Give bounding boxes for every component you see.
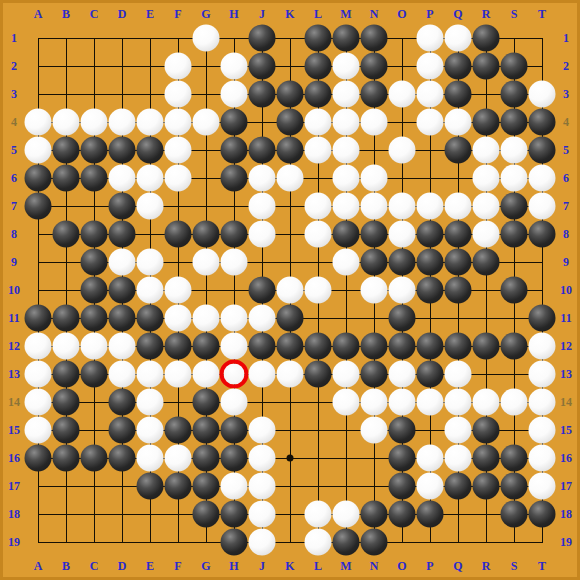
point-T10[interactable] bbox=[528, 276, 556, 304]
point-D1[interactable] bbox=[108, 24, 136, 52]
point-B17[interactable] bbox=[52, 472, 80, 500]
point-S2[interactable] bbox=[500, 52, 528, 80]
point-G15[interactable] bbox=[192, 416, 220, 444]
point-J17[interactable] bbox=[248, 472, 276, 500]
point-D11[interactable] bbox=[108, 304, 136, 332]
point-N4[interactable] bbox=[360, 108, 388, 136]
point-E6[interactable] bbox=[136, 164, 164, 192]
point-T18[interactable] bbox=[528, 500, 556, 528]
point-K13[interactable] bbox=[276, 360, 304, 388]
point-T19[interactable] bbox=[528, 528, 556, 556]
point-N17[interactable] bbox=[360, 472, 388, 500]
point-E18[interactable] bbox=[136, 500, 164, 528]
point-M9[interactable] bbox=[332, 248, 360, 276]
point-N18[interactable] bbox=[360, 500, 388, 528]
point-H8[interactable] bbox=[220, 220, 248, 248]
point-D8[interactable] bbox=[108, 220, 136, 248]
point-A19[interactable] bbox=[24, 528, 52, 556]
point-K4[interactable] bbox=[276, 108, 304, 136]
point-O5[interactable] bbox=[388, 136, 416, 164]
point-A15[interactable] bbox=[24, 416, 52, 444]
point-S14[interactable] bbox=[500, 388, 528, 416]
point-F8[interactable] bbox=[164, 220, 192, 248]
point-G1[interactable] bbox=[192, 24, 220, 52]
point-S17[interactable] bbox=[500, 472, 528, 500]
point-F17[interactable] bbox=[164, 472, 192, 500]
point-E9[interactable] bbox=[136, 248, 164, 276]
point-F10[interactable] bbox=[164, 276, 192, 304]
point-H10[interactable] bbox=[220, 276, 248, 304]
point-P12[interactable] bbox=[416, 332, 444, 360]
point-L1[interactable] bbox=[304, 24, 332, 52]
point-P4[interactable] bbox=[416, 108, 444, 136]
point-C18[interactable] bbox=[80, 500, 108, 528]
point-B7[interactable] bbox=[52, 192, 80, 220]
point-K12[interactable] bbox=[276, 332, 304, 360]
point-G3[interactable] bbox=[192, 80, 220, 108]
point-T1[interactable] bbox=[528, 24, 556, 52]
point-K6[interactable] bbox=[276, 164, 304, 192]
point-K10[interactable] bbox=[276, 276, 304, 304]
point-C15[interactable] bbox=[80, 416, 108, 444]
point-B12[interactable] bbox=[52, 332, 80, 360]
point-O19[interactable] bbox=[388, 528, 416, 556]
point-M2[interactable] bbox=[332, 52, 360, 80]
point-T5[interactable] bbox=[528, 136, 556, 164]
point-N12[interactable] bbox=[360, 332, 388, 360]
point-B6[interactable] bbox=[52, 164, 80, 192]
point-O3[interactable] bbox=[388, 80, 416, 108]
point-L2[interactable] bbox=[304, 52, 332, 80]
point-G11[interactable] bbox=[192, 304, 220, 332]
point-K19[interactable] bbox=[276, 528, 304, 556]
point-H1[interactable] bbox=[220, 24, 248, 52]
point-G14[interactable] bbox=[192, 388, 220, 416]
point-R1[interactable] bbox=[472, 24, 500, 52]
point-F2[interactable] bbox=[164, 52, 192, 80]
point-Q14[interactable] bbox=[444, 388, 472, 416]
point-L3[interactable] bbox=[304, 80, 332, 108]
point-N11[interactable] bbox=[360, 304, 388, 332]
point-J11[interactable] bbox=[248, 304, 276, 332]
point-P1[interactable] bbox=[416, 24, 444, 52]
point-O18[interactable] bbox=[388, 500, 416, 528]
point-R5[interactable] bbox=[472, 136, 500, 164]
point-M15[interactable] bbox=[332, 416, 360, 444]
point-H4[interactable] bbox=[220, 108, 248, 136]
point-J15[interactable] bbox=[248, 416, 276, 444]
point-Q16[interactable] bbox=[444, 444, 472, 472]
point-H13[interactable] bbox=[220, 360, 248, 388]
point-J16[interactable] bbox=[248, 444, 276, 472]
point-R10[interactable] bbox=[472, 276, 500, 304]
point-T8[interactable] bbox=[528, 220, 556, 248]
point-D17[interactable] bbox=[108, 472, 136, 500]
point-S10[interactable] bbox=[500, 276, 528, 304]
point-F16[interactable] bbox=[164, 444, 192, 472]
point-T13[interactable] bbox=[528, 360, 556, 388]
point-E2[interactable] bbox=[136, 52, 164, 80]
point-B4[interactable] bbox=[52, 108, 80, 136]
point-S8[interactable] bbox=[500, 220, 528, 248]
point-O11[interactable] bbox=[388, 304, 416, 332]
point-O1[interactable] bbox=[388, 24, 416, 52]
point-D2[interactable] bbox=[108, 52, 136, 80]
point-P3[interactable] bbox=[416, 80, 444, 108]
point-G10[interactable] bbox=[192, 276, 220, 304]
point-A18[interactable] bbox=[24, 500, 52, 528]
point-J4[interactable] bbox=[248, 108, 276, 136]
point-C1[interactable] bbox=[80, 24, 108, 52]
point-G12[interactable] bbox=[192, 332, 220, 360]
point-H2[interactable] bbox=[220, 52, 248, 80]
point-G6[interactable] bbox=[192, 164, 220, 192]
point-E16[interactable] bbox=[136, 444, 164, 472]
point-H5[interactable] bbox=[220, 136, 248, 164]
point-O10[interactable] bbox=[388, 276, 416, 304]
point-P11[interactable] bbox=[416, 304, 444, 332]
point-P6[interactable] bbox=[416, 164, 444, 192]
point-N13[interactable] bbox=[360, 360, 388, 388]
point-M6[interactable] bbox=[332, 164, 360, 192]
point-A1[interactable] bbox=[24, 24, 52, 52]
point-J7[interactable] bbox=[248, 192, 276, 220]
point-N1[interactable] bbox=[360, 24, 388, 52]
point-F5[interactable] bbox=[164, 136, 192, 164]
point-B18[interactable] bbox=[52, 500, 80, 528]
point-H3[interactable] bbox=[220, 80, 248, 108]
point-T16[interactable] bbox=[528, 444, 556, 472]
point-C16[interactable] bbox=[80, 444, 108, 472]
point-H17[interactable] bbox=[220, 472, 248, 500]
point-B1[interactable] bbox=[52, 24, 80, 52]
point-Q17[interactable] bbox=[444, 472, 472, 500]
point-M10[interactable] bbox=[332, 276, 360, 304]
point-F9[interactable] bbox=[164, 248, 192, 276]
point-B5[interactable] bbox=[52, 136, 80, 164]
point-O2[interactable] bbox=[388, 52, 416, 80]
point-Q11[interactable] bbox=[444, 304, 472, 332]
point-T9[interactable] bbox=[528, 248, 556, 276]
point-D15[interactable] bbox=[108, 416, 136, 444]
point-B2[interactable] bbox=[52, 52, 80, 80]
point-L19[interactable] bbox=[304, 528, 332, 556]
point-G19[interactable] bbox=[192, 528, 220, 556]
point-H6[interactable] bbox=[220, 164, 248, 192]
point-S7[interactable] bbox=[500, 192, 528, 220]
point-P17[interactable] bbox=[416, 472, 444, 500]
point-E19[interactable] bbox=[136, 528, 164, 556]
point-Q10[interactable] bbox=[444, 276, 472, 304]
point-N16[interactable] bbox=[360, 444, 388, 472]
point-L7[interactable] bbox=[304, 192, 332, 220]
point-T17[interactable] bbox=[528, 472, 556, 500]
point-G7[interactable] bbox=[192, 192, 220, 220]
point-E17[interactable] bbox=[136, 472, 164, 500]
point-L9[interactable] bbox=[304, 248, 332, 276]
point-L11[interactable] bbox=[304, 304, 332, 332]
point-J13[interactable] bbox=[248, 360, 276, 388]
point-M1[interactable] bbox=[332, 24, 360, 52]
point-P15[interactable] bbox=[416, 416, 444, 444]
point-A13[interactable] bbox=[24, 360, 52, 388]
point-D12[interactable] bbox=[108, 332, 136, 360]
point-C5[interactable] bbox=[80, 136, 108, 164]
point-C7[interactable] bbox=[80, 192, 108, 220]
point-T12[interactable] bbox=[528, 332, 556, 360]
point-K18[interactable] bbox=[276, 500, 304, 528]
point-P9[interactable] bbox=[416, 248, 444, 276]
point-A10[interactable] bbox=[24, 276, 52, 304]
point-J9[interactable] bbox=[248, 248, 276, 276]
point-J3[interactable] bbox=[248, 80, 276, 108]
point-H14[interactable] bbox=[220, 388, 248, 416]
point-N14[interactable] bbox=[360, 388, 388, 416]
point-E8[interactable] bbox=[136, 220, 164, 248]
point-F3[interactable] bbox=[164, 80, 192, 108]
point-H19[interactable] bbox=[220, 528, 248, 556]
point-A17[interactable] bbox=[24, 472, 52, 500]
point-M19[interactable] bbox=[332, 528, 360, 556]
point-F18[interactable] bbox=[164, 500, 192, 528]
point-S5[interactable] bbox=[500, 136, 528, 164]
point-D5[interactable] bbox=[108, 136, 136, 164]
point-F6[interactable] bbox=[164, 164, 192, 192]
point-P8[interactable] bbox=[416, 220, 444, 248]
point-O4[interactable] bbox=[388, 108, 416, 136]
point-R9[interactable] bbox=[472, 248, 500, 276]
point-C8[interactable] bbox=[80, 220, 108, 248]
point-L16[interactable] bbox=[304, 444, 332, 472]
point-L13[interactable] bbox=[304, 360, 332, 388]
point-K11[interactable] bbox=[276, 304, 304, 332]
point-R2[interactable] bbox=[472, 52, 500, 80]
point-E13[interactable] bbox=[136, 360, 164, 388]
point-K14[interactable] bbox=[276, 388, 304, 416]
point-L15[interactable] bbox=[304, 416, 332, 444]
point-N2[interactable] bbox=[360, 52, 388, 80]
point-K1[interactable] bbox=[276, 24, 304, 52]
point-D3[interactable] bbox=[108, 80, 136, 108]
point-O16[interactable] bbox=[388, 444, 416, 472]
point-S4[interactable] bbox=[500, 108, 528, 136]
point-C13[interactable] bbox=[80, 360, 108, 388]
point-B9[interactable] bbox=[52, 248, 80, 276]
point-L6[interactable] bbox=[304, 164, 332, 192]
point-T6[interactable] bbox=[528, 164, 556, 192]
point-B8[interactable] bbox=[52, 220, 80, 248]
point-A6[interactable] bbox=[24, 164, 52, 192]
point-Q8[interactable] bbox=[444, 220, 472, 248]
point-P5[interactable] bbox=[416, 136, 444, 164]
point-F4[interactable] bbox=[164, 108, 192, 136]
point-G2[interactable] bbox=[192, 52, 220, 80]
point-N5[interactable] bbox=[360, 136, 388, 164]
point-P19[interactable] bbox=[416, 528, 444, 556]
point-D13[interactable] bbox=[108, 360, 136, 388]
point-T15[interactable] bbox=[528, 416, 556, 444]
point-D6[interactable] bbox=[108, 164, 136, 192]
point-Q12[interactable] bbox=[444, 332, 472, 360]
point-D7[interactable] bbox=[108, 192, 136, 220]
point-N15[interactable] bbox=[360, 416, 388, 444]
point-L14[interactable] bbox=[304, 388, 332, 416]
point-O6[interactable] bbox=[388, 164, 416, 192]
point-Q15[interactable] bbox=[444, 416, 472, 444]
point-M11[interactable] bbox=[332, 304, 360, 332]
point-C6[interactable] bbox=[80, 164, 108, 192]
point-Q18[interactable] bbox=[444, 500, 472, 528]
point-D19[interactable] bbox=[108, 528, 136, 556]
point-H11[interactable] bbox=[220, 304, 248, 332]
point-A3[interactable] bbox=[24, 80, 52, 108]
point-R4[interactable] bbox=[472, 108, 500, 136]
point-C3[interactable] bbox=[80, 80, 108, 108]
point-H9[interactable] bbox=[220, 248, 248, 276]
point-E3[interactable] bbox=[136, 80, 164, 108]
point-K15[interactable] bbox=[276, 416, 304, 444]
point-C10[interactable] bbox=[80, 276, 108, 304]
point-E5[interactable] bbox=[136, 136, 164, 164]
point-Q4[interactable] bbox=[444, 108, 472, 136]
point-F13[interactable] bbox=[164, 360, 192, 388]
point-A2[interactable] bbox=[24, 52, 52, 80]
point-N8[interactable] bbox=[360, 220, 388, 248]
point-T3[interactable] bbox=[528, 80, 556, 108]
point-Q13[interactable] bbox=[444, 360, 472, 388]
point-M12[interactable] bbox=[332, 332, 360, 360]
point-C2[interactable] bbox=[80, 52, 108, 80]
point-R7[interactable] bbox=[472, 192, 500, 220]
point-R6[interactable] bbox=[472, 164, 500, 192]
point-Q3[interactable] bbox=[444, 80, 472, 108]
point-R14[interactable] bbox=[472, 388, 500, 416]
point-J6[interactable] bbox=[248, 164, 276, 192]
point-G4[interactable] bbox=[192, 108, 220, 136]
point-B16[interactable] bbox=[52, 444, 80, 472]
point-N7[interactable] bbox=[360, 192, 388, 220]
point-M18[interactable] bbox=[332, 500, 360, 528]
point-M17[interactable] bbox=[332, 472, 360, 500]
point-Q19[interactable] bbox=[444, 528, 472, 556]
point-K3[interactable] bbox=[276, 80, 304, 108]
point-Q6[interactable] bbox=[444, 164, 472, 192]
point-G8[interactable] bbox=[192, 220, 220, 248]
point-M7[interactable] bbox=[332, 192, 360, 220]
point-S12[interactable] bbox=[500, 332, 528, 360]
point-K8[interactable] bbox=[276, 220, 304, 248]
point-B19[interactable] bbox=[52, 528, 80, 556]
point-P10[interactable] bbox=[416, 276, 444, 304]
point-P16[interactable] bbox=[416, 444, 444, 472]
point-R13[interactable] bbox=[472, 360, 500, 388]
point-J2[interactable] bbox=[248, 52, 276, 80]
point-Q1[interactable] bbox=[444, 24, 472, 52]
point-P13[interactable] bbox=[416, 360, 444, 388]
point-K16[interactable] bbox=[276, 444, 304, 472]
point-R15[interactable] bbox=[472, 416, 500, 444]
point-E1[interactable] bbox=[136, 24, 164, 52]
point-B15[interactable] bbox=[52, 416, 80, 444]
point-L4[interactable] bbox=[304, 108, 332, 136]
point-C14[interactable] bbox=[80, 388, 108, 416]
point-E7[interactable] bbox=[136, 192, 164, 220]
point-S18[interactable] bbox=[500, 500, 528, 528]
point-K9[interactable] bbox=[276, 248, 304, 276]
point-J12[interactable] bbox=[248, 332, 276, 360]
point-L10[interactable] bbox=[304, 276, 332, 304]
point-J1[interactable] bbox=[248, 24, 276, 52]
point-M5[interactable] bbox=[332, 136, 360, 164]
point-F15[interactable] bbox=[164, 416, 192, 444]
point-P14[interactable] bbox=[416, 388, 444, 416]
point-Q7[interactable] bbox=[444, 192, 472, 220]
point-P7[interactable] bbox=[416, 192, 444, 220]
point-A16[interactable] bbox=[24, 444, 52, 472]
point-S1[interactable] bbox=[500, 24, 528, 52]
point-R19[interactable] bbox=[472, 528, 500, 556]
point-T7[interactable] bbox=[528, 192, 556, 220]
point-D10[interactable] bbox=[108, 276, 136, 304]
point-E10[interactable] bbox=[136, 276, 164, 304]
point-L8[interactable] bbox=[304, 220, 332, 248]
point-O7[interactable] bbox=[388, 192, 416, 220]
point-N6[interactable] bbox=[360, 164, 388, 192]
point-F19[interactable] bbox=[164, 528, 192, 556]
point-E14[interactable] bbox=[136, 388, 164, 416]
point-M4[interactable] bbox=[332, 108, 360, 136]
point-O12[interactable] bbox=[388, 332, 416, 360]
point-T14[interactable] bbox=[528, 388, 556, 416]
point-A5[interactable] bbox=[24, 136, 52, 164]
point-S9[interactable] bbox=[500, 248, 528, 276]
point-H15[interactable] bbox=[220, 416, 248, 444]
point-D4[interactable] bbox=[108, 108, 136, 136]
point-A11[interactable] bbox=[24, 304, 52, 332]
point-S3[interactable] bbox=[500, 80, 528, 108]
point-O13[interactable] bbox=[388, 360, 416, 388]
point-F14[interactable] bbox=[164, 388, 192, 416]
point-G16[interactable] bbox=[192, 444, 220, 472]
point-B3[interactable] bbox=[52, 80, 80, 108]
point-C4[interactable] bbox=[80, 108, 108, 136]
point-H18[interactable] bbox=[220, 500, 248, 528]
point-N10[interactable] bbox=[360, 276, 388, 304]
point-P2[interactable] bbox=[416, 52, 444, 80]
point-L12[interactable] bbox=[304, 332, 332, 360]
point-C12[interactable] bbox=[80, 332, 108, 360]
point-N19[interactable] bbox=[360, 528, 388, 556]
point-G18[interactable] bbox=[192, 500, 220, 528]
point-F1[interactable] bbox=[164, 24, 192, 52]
point-A9[interactable] bbox=[24, 248, 52, 276]
point-H7[interactable] bbox=[220, 192, 248, 220]
point-F7[interactable] bbox=[164, 192, 192, 220]
point-J14[interactable] bbox=[248, 388, 276, 416]
point-E12[interactable] bbox=[136, 332, 164, 360]
point-S15[interactable] bbox=[500, 416, 528, 444]
point-N3[interactable] bbox=[360, 80, 388, 108]
point-G5[interactable] bbox=[192, 136, 220, 164]
point-H16[interactable] bbox=[220, 444, 248, 472]
point-R3[interactable] bbox=[472, 80, 500, 108]
point-O15[interactable] bbox=[388, 416, 416, 444]
point-Q9[interactable] bbox=[444, 248, 472, 276]
point-R18[interactable] bbox=[472, 500, 500, 528]
point-S11[interactable] bbox=[500, 304, 528, 332]
point-C9[interactable] bbox=[80, 248, 108, 276]
point-H12[interactable] bbox=[220, 332, 248, 360]
